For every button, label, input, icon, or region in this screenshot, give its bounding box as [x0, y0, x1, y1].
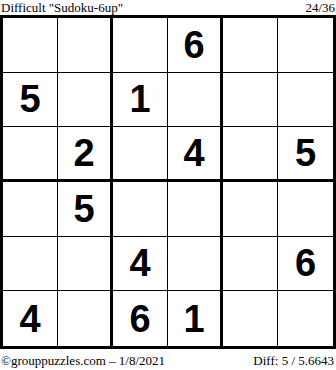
cell-r1c4[interactable]: 6 — [168, 18, 223, 73]
cell-r3c2[interactable]: 2 — [58, 127, 113, 182]
cell-r2c1[interactable]: 5 — [3, 73, 58, 128]
sudoku-board: 651245546461 — [0, 15, 336, 349]
cell-r3c4[interactable]: 4 — [168, 127, 223, 182]
cell-r4c5[interactable] — [223, 182, 278, 237]
cell-r5c6[interactable]: 6 — [278, 237, 333, 292]
cell-r1c3[interactable] — [113, 18, 168, 73]
copyright-text: ©grouppuzzles.com – 1/8/2021 — [1, 354, 165, 367]
puzzle-page: Difficult "Sudoku-6up" 24/36 65124554646… — [0, 0, 336, 370]
cell-r2c6[interactable] — [278, 73, 333, 128]
cell-r6c1[interactable]: 4 — [3, 291, 58, 346]
cell-r6c4[interactable]: 1 — [168, 291, 223, 346]
cell-r4c2[interactable]: 5 — [58, 182, 113, 237]
cell-r5c2[interactable] — [58, 237, 113, 292]
cell-r5c5[interactable] — [223, 237, 278, 292]
cell-r3c3[interactable] — [113, 127, 168, 182]
cell-r2c2[interactable] — [58, 73, 113, 128]
cell-r5c1[interactable] — [3, 237, 58, 292]
cell-r2c4[interactable] — [168, 73, 223, 128]
cell-r1c1[interactable] — [3, 18, 58, 73]
cell-r4c3[interactable] — [113, 182, 168, 237]
cell-r1c6[interactable] — [278, 18, 333, 73]
cell-r3c1[interactable] — [3, 127, 58, 182]
cell-counter: 24/36 — [305, 1, 335, 14]
cell-r4c6[interactable] — [278, 182, 333, 237]
cell-r5c3[interactable]: 4 — [113, 237, 168, 292]
difficulty-text: Diff: 5 / 5.6643 — [253, 354, 334, 367]
cell-r4c4[interactable] — [168, 182, 223, 237]
page-title: Difficult "Sudoku-6up" — [1, 1, 123, 14]
cell-r6c6[interactable] — [278, 291, 333, 346]
cell-r3c6[interactable]: 5 — [278, 127, 333, 182]
header: Difficult "Sudoku-6up" 24/36 — [0, 0, 336, 15]
cell-r6c3[interactable]: 6 — [113, 291, 168, 346]
cell-r3c5[interactable] — [223, 127, 278, 182]
cell-r1c2[interactable] — [58, 18, 113, 73]
cell-r2c3[interactable]: 1 — [113, 73, 168, 128]
footer: ©grouppuzzles.com – 1/8/2021 Diff: 5 / 5… — [0, 349, 336, 370]
cell-r6c5[interactable] — [223, 291, 278, 346]
cell-r2c5[interactable] — [223, 73, 278, 128]
cell-r4c1[interactable] — [3, 182, 58, 237]
cell-r5c4[interactable] — [168, 237, 223, 292]
cell-r1c5[interactable] — [223, 18, 278, 73]
cell-r6c2[interactable] — [58, 291, 113, 346]
